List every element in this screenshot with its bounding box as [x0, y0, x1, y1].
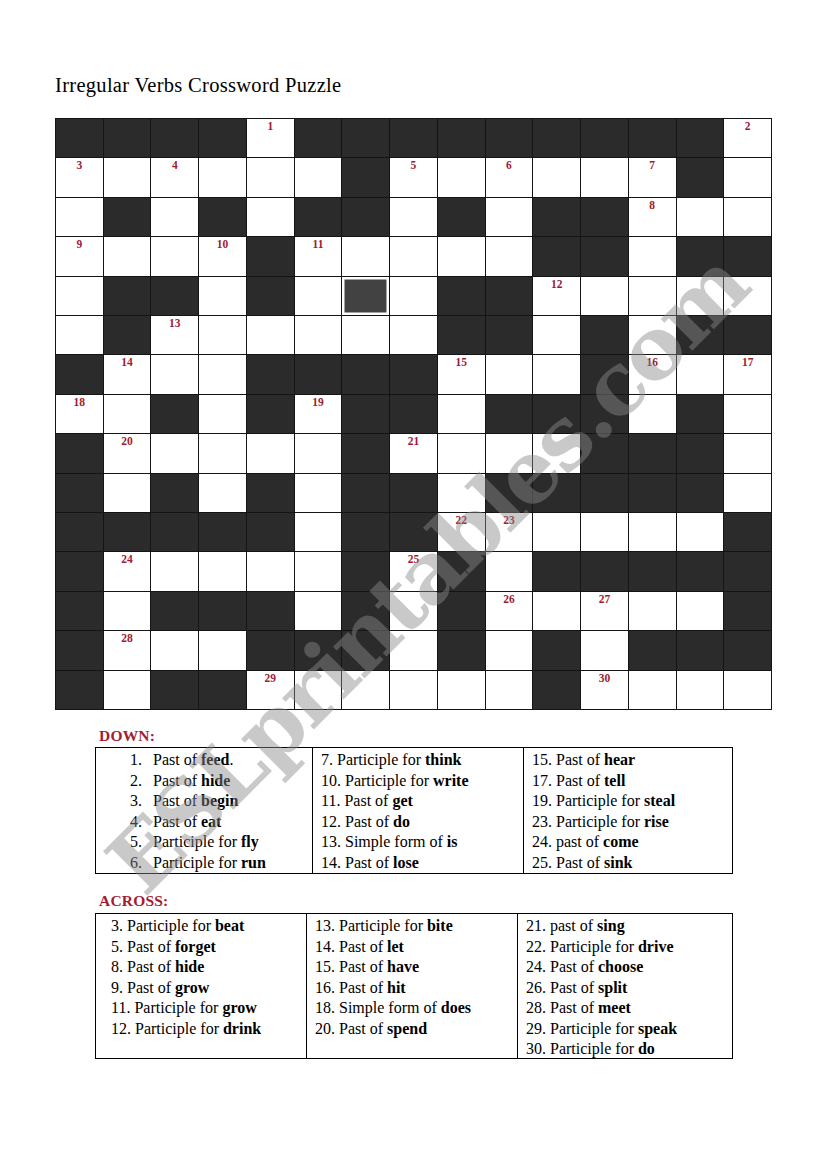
- clue-list-number: 5.: [130, 832, 142, 853]
- clue-verb: do: [638, 1040, 655, 1057]
- clue-list-number: 26.: [526, 979, 546, 996]
- clue-list-number: 11.: [111, 999, 130, 1016]
- clue-verb: come: [603, 833, 639, 850]
- clue-number: 6: [486, 159, 533, 172]
- clue-list-number: 13.: [321, 833, 341, 850]
- grid-cell-empty[interactable]: [56, 316, 103, 354]
- grid-cell-block: [581, 355, 628, 393]
- grid-cell-empty[interactable]: [438, 158, 485, 196]
- grid-cell-empty[interactable]: [295, 158, 342, 196]
- grid-cell-empty[interactable]: [486, 198, 533, 236]
- clue-verb: think: [425, 751, 461, 768]
- clue-number: 1: [247, 120, 294, 133]
- grid-cell-block: [677, 434, 724, 472]
- grid-cell-empty[interactable]: [295, 434, 342, 472]
- clue-verb: begin: [201, 792, 238, 809]
- grid-cell-empty[interactable]: [629, 277, 676, 315]
- clue-number: 10: [199, 238, 246, 251]
- across-clue-24: 24. Past of choose: [526, 957, 732, 978]
- grid-cell-empty[interactable]: [724, 434, 771, 472]
- grid-cell-block: [390, 119, 437, 157]
- grid-cell-empty[interactable]: [104, 395, 151, 433]
- grid-cell-empty[interactable]: 3: [56, 158, 103, 196]
- clue-list-number: 14.: [321, 854, 341, 871]
- clue-number: 27: [581, 593, 628, 606]
- grid-cell-block: [151, 671, 198, 709]
- clue-number: 17: [724, 356, 771, 369]
- grid-cell-block: [199, 592, 246, 630]
- grid-cell-empty[interactable]: [247, 316, 294, 354]
- down-clue-6: 6. Participle for run: [130, 853, 312, 874]
- clue-verb: let: [387, 938, 404, 955]
- clue-verb: sing: [597, 917, 625, 934]
- grid-cell-empty[interactable]: [151, 355, 198, 393]
- grid-cell-empty[interactable]: [438, 434, 485, 472]
- grid-cell-empty[interactable]: [199, 355, 246, 393]
- clue-number: 14: [104, 356, 151, 369]
- clue-number: 2: [724, 120, 771, 133]
- grid-cell-block: [151, 277, 198, 315]
- across-clue-5: 5. Past of forget: [111, 937, 306, 958]
- grid-cell-empty[interactable]: 16: [629, 355, 676, 393]
- grid-cell-empty[interactable]: [581, 513, 628, 551]
- across-clue-14: 14. Past of let: [315, 937, 517, 958]
- grid-cell-empty[interactable]: [342, 316, 389, 354]
- clue-list-number: 9.: [111, 979, 123, 996]
- grid-cell-block: [724, 592, 771, 630]
- grid-cell-empty[interactable]: [199, 395, 246, 433]
- down-clue-13: 13. Simple form of is: [321, 832, 523, 853]
- grid-cell-block: [56, 355, 103, 393]
- across-clue-8: 8. Past of hide: [111, 957, 306, 978]
- grid-cell-block: [247, 474, 294, 512]
- grid-cell-empty[interactable]: [486, 434, 533, 472]
- grid-cell-empty[interactable]: [486, 355, 533, 393]
- across-clue-12: 12. Participle for drink: [111, 1019, 306, 1040]
- clue-number: 4: [151, 159, 198, 172]
- grid-cell-empty[interactable]: [486, 631, 533, 669]
- grid-cell-empty[interactable]: [199, 552, 246, 590]
- page-title: Irregular Verbs Crossword Puzzle: [55, 74, 341, 97]
- grid-cell-empty[interactable]: [295, 592, 342, 630]
- clue-list-number: 3.: [111, 917, 123, 934]
- grid-cell-empty[interactable]: [342, 671, 389, 709]
- clue-list-number: 11.: [321, 792, 340, 809]
- grid-cell-block: [438, 277, 485, 315]
- grid-cell-block: [342, 513, 389, 551]
- clue-number: 29: [247, 672, 294, 685]
- grid-cell-empty[interactable]: [724, 474, 771, 512]
- grid-cell-empty[interactable]: 19: [295, 395, 342, 433]
- down-clue-5: 5. Participle for fly: [130, 832, 312, 853]
- across-clue-13: 13. Participle for bite: [315, 916, 517, 937]
- grid-cell-block: [629, 631, 676, 669]
- clue-list-number: 28.: [526, 999, 546, 1016]
- grid-cell-block: [486, 474, 533, 512]
- grid-cell-empty[interactable]: 20: [104, 434, 151, 472]
- grid-cell-block: [677, 552, 724, 590]
- grid-cell-block: [56, 434, 103, 472]
- clue-verb: have: [387, 958, 419, 975]
- clue-number: 16: [629, 356, 676, 369]
- clue-list-number: 6.: [130, 853, 142, 874]
- grid-cell-empty[interactable]: [581, 277, 628, 315]
- clue-number: 22: [438, 514, 485, 527]
- grid-cell-empty[interactable]: [438, 474, 485, 512]
- grid-cell-empty[interactable]: [724, 277, 771, 315]
- grid-cell-block: [390, 513, 437, 551]
- clue-number: 20: [104, 435, 151, 448]
- clue-number: 25: [390, 553, 437, 566]
- grid-cell-empty[interactable]: [104, 237, 151, 275]
- grid-cell-empty[interactable]: [533, 316, 580, 354]
- grid-cell-empty[interactable]: [629, 237, 676, 275]
- grid-cell-empty[interactable]: 27: [581, 592, 628, 630]
- grid-cell-block: [724, 552, 771, 590]
- clue-list-number: 14.: [315, 938, 335, 955]
- across-clue-15: 15. Past of have: [315, 957, 517, 978]
- grid-cell-empty[interactable]: [677, 671, 724, 709]
- grid-cell-empty[interactable]: [104, 671, 151, 709]
- grid-cell-empty[interactable]: [342, 237, 389, 275]
- clue-number: 3: [56, 159, 103, 172]
- down-clue-10: 10. Participle for write: [321, 771, 523, 792]
- grid-cell-empty[interactable]: [724, 671, 771, 709]
- clue-verb: get: [392, 792, 412, 809]
- grid-cell-empty[interactable]: 17: [724, 355, 771, 393]
- down-clue-4: 4. Past of eat: [130, 812, 312, 833]
- clue-list-number: 15.: [315, 958, 335, 975]
- grid-cell-empty[interactable]: [629, 316, 676, 354]
- grid-cell-empty[interactable]: [104, 592, 151, 630]
- grid-cell-empty[interactable]: [199, 158, 246, 196]
- clue-list-number: 19.: [532, 792, 552, 809]
- grid-cell-block: [581, 237, 628, 275]
- grid-cell-block: [581, 119, 628, 157]
- grid-cell-empty[interactable]: [581, 158, 628, 196]
- grid-cell-empty[interactable]: 25: [390, 552, 437, 590]
- grid-cell-empty[interactable]: 12: [533, 277, 580, 315]
- grid-cell-empty[interactable]: 18: [56, 395, 103, 433]
- grid-cell-block: [342, 434, 389, 472]
- grid-cell-block: [151, 592, 198, 630]
- crossword-grid: 1234567891011121314151617181920212223242…: [55, 118, 772, 710]
- down-clue-15: 15. Past of hear: [532, 750, 732, 771]
- grid-cell-block: [342, 474, 389, 512]
- grid-cell-block: [56, 474, 103, 512]
- grid-cell-block: [677, 119, 724, 157]
- grid-cell-block: [342, 355, 389, 393]
- grid-cell-empty[interactable]: [629, 671, 676, 709]
- grid-cell-empty[interactable]: 14: [104, 355, 151, 393]
- grid-cell-empty[interactable]: 21: [390, 434, 437, 472]
- grid-cell-empty[interactable]: [390, 198, 437, 236]
- clue-number: 15: [438, 356, 485, 369]
- grid-cell-block: [151, 395, 198, 433]
- grid-cell-empty[interactable]: [581, 631, 628, 669]
- grid-cell-block: [247, 513, 294, 551]
- clue-number: 12: [533, 278, 580, 291]
- grid-cell-block: [390, 474, 437, 512]
- grid-cell-empty[interactable]: 26: [486, 592, 533, 630]
- grid-cell-block: [677, 237, 724, 275]
- grid-cell-empty[interactable]: [247, 434, 294, 472]
- grid-cell-empty[interactable]: [151, 198, 198, 236]
- clue-number: 18: [56, 396, 103, 409]
- grid-cell-empty[interactable]: 23: [486, 513, 533, 551]
- down-clue-column-3: 15. Past of hear17. Past of tell19. Part…: [524, 748, 732, 873]
- down-clue-11: 11. Past of get: [321, 791, 523, 812]
- grid-cell-empty[interactable]: [151, 631, 198, 669]
- grid-cell-empty[interactable]: [247, 552, 294, 590]
- grid-cell-empty[interactable]: [390, 631, 437, 669]
- grid-cell-empty[interactable]: [533, 158, 580, 196]
- grid-cell-empty[interactable]: 6: [486, 158, 533, 196]
- grid-cell-empty[interactable]: [629, 395, 676, 433]
- grid-cell-empty[interactable]: 1: [247, 119, 294, 157]
- down-clue-3: 3. Past of begin: [130, 791, 312, 812]
- grid-cell-empty[interactable]: [56, 198, 103, 236]
- grid-cell-block: [438, 631, 485, 669]
- grid-cell-block: [104, 198, 151, 236]
- grid-cell-empty[interactable]: 9: [56, 237, 103, 275]
- clue-verb: drive: [638, 938, 674, 955]
- grid-cell-block: [247, 355, 294, 393]
- grid-cell-empty[interactable]: [104, 474, 151, 512]
- clue-list-number: 3.: [130, 791, 142, 812]
- grid-cell-empty[interactable]: [199, 277, 246, 315]
- clue-number: 9: [56, 238, 103, 251]
- grid-cell-empty[interactable]: [295, 671, 342, 709]
- grid-cell-block: [533, 474, 580, 512]
- clue-list-number: 12.: [111, 1020, 131, 1037]
- clue-list-number: 18.: [315, 999, 335, 1016]
- clue-list-number: 21.: [526, 917, 546, 934]
- grid-cell-empty[interactable]: [486, 552, 533, 590]
- grid-cell-empty[interactable]: 29: [247, 671, 294, 709]
- clue-verb: lose: [393, 854, 419, 871]
- grid-cell-empty[interactable]: [199, 474, 246, 512]
- clue-list-number: 7.: [321, 751, 333, 768]
- grid-cell-block: [104, 277, 151, 315]
- grid-cell-block: [581, 395, 628, 433]
- grid-cell-block: [677, 631, 724, 669]
- grid-cell-empty[interactable]: [438, 237, 485, 275]
- grid-cell-empty[interactable]: 8: [629, 198, 676, 236]
- grid-cell-empty[interactable]: [151, 237, 198, 275]
- grid-cell-empty[interactable]: 28: [104, 631, 151, 669]
- clue-verb: tell: [604, 772, 625, 789]
- grid-cell-empty[interactable]: [486, 671, 533, 709]
- grid-cell-empty[interactable]: [533, 513, 580, 551]
- grid-cell-block: [724, 316, 771, 354]
- clue-verb: grow: [175, 979, 209, 996]
- down-section-header: DOWN:: [99, 727, 155, 745]
- clue-list-number: 22.: [526, 938, 546, 955]
- grid-cell-block: [247, 631, 294, 669]
- grid-cell-empty[interactable]: [390, 316, 437, 354]
- grid-cell-empty[interactable]: 4: [151, 158, 198, 196]
- grid-cell-empty[interactable]: [199, 434, 246, 472]
- grid-cell-block: [533, 395, 580, 433]
- clue-verb: spend: [387, 1020, 427, 1037]
- clue-number: 30: [581, 672, 628, 685]
- grid-cell-empty[interactable]: 30: [581, 671, 628, 709]
- grid-cell-empty[interactable]: 10: [199, 237, 246, 275]
- clue-verb: feed: [201, 751, 229, 768]
- grid-cell-block: [438, 592, 485, 630]
- clue-list-number: 24.: [526, 958, 546, 975]
- grid-cell-empty[interactable]: [247, 158, 294, 196]
- grid-cell-block: [677, 395, 724, 433]
- grid-cell-empty[interactable]: [151, 552, 198, 590]
- grid-cell-empty[interactable]: [677, 277, 724, 315]
- grid-cell-empty[interactable]: 22: [438, 513, 485, 551]
- grid-cell-empty[interactable]: [677, 198, 724, 236]
- grid-cell-empty[interactable]: [629, 513, 676, 551]
- across-section-header: ACROSS:: [99, 892, 168, 910]
- clue-number: 11: [295, 238, 342, 251]
- grid-cell-empty[interactable]: 2: [724, 119, 771, 157]
- grid-cell-empty[interactable]: [199, 316, 246, 354]
- grid-cell-block: [199, 513, 246, 551]
- grid-cell-block: [56, 552, 103, 590]
- grid-cell-empty[interactable]: [724, 198, 771, 236]
- grid-cell-empty[interactable]: 11: [295, 237, 342, 275]
- across-clue-16: 16. Past of hit: [315, 978, 517, 999]
- grid-cell-empty[interactable]: [151, 434, 198, 472]
- grid-cell-block: [390, 355, 437, 393]
- grid-cell-block: [438, 198, 485, 236]
- grid-cell-block: [247, 237, 294, 275]
- grid-cell-empty[interactable]: [438, 671, 485, 709]
- grid-cell-empty[interactable]: [295, 513, 342, 551]
- grid-cell-block: [247, 592, 294, 630]
- grid-cell-empty[interactable]: [295, 316, 342, 354]
- grid-cell-block: [295, 119, 342, 157]
- grid-cell-block: [724, 631, 771, 669]
- grid-cell-block: [629, 474, 676, 512]
- clue-verb: bite: [427, 917, 453, 934]
- across-clue-30: 30. Participle for do: [526, 1039, 732, 1060]
- down-clue-24: 24. past of come: [532, 832, 732, 853]
- grid-cell-empty[interactable]: 7: [629, 158, 676, 196]
- clue-verb: is: [447, 833, 458, 850]
- across-clue-21: 21. past of sing: [526, 916, 732, 937]
- grid-cell-empty[interactable]: [486, 237, 533, 275]
- grid-cell-block: [56, 119, 103, 157]
- across-clue-table: 3. Participle for beat5. Past of forget8…: [95, 913, 733, 1059]
- grid-cell-block: [629, 119, 676, 157]
- across-clue-29: 29. Participle for speak: [526, 1019, 732, 1040]
- grid-cell-block: [342, 119, 389, 157]
- grid-cell-empty[interactable]: 15: [438, 355, 485, 393]
- grid-cell-block: [581, 552, 628, 590]
- grid-cell-empty[interactable]: [629, 592, 676, 630]
- grid-cell-empty[interactable]: [724, 158, 771, 196]
- grid-cell-block: [342, 198, 389, 236]
- grid-cell-block: [486, 316, 533, 354]
- down-clue-table: 1. Past of feed.2. Past of hide3. Past o…: [95, 747, 733, 874]
- grid-cell-block: [151, 119, 198, 157]
- grid-cell-empty[interactable]: [56, 277, 103, 315]
- grid-cell-empty[interactable]: [390, 671, 437, 709]
- clue-number: 28: [104, 632, 151, 645]
- down-clue-column-2: 7. Participle for think10. Participle fo…: [313, 748, 524, 873]
- grid-cell-block: [486, 395, 533, 433]
- grid-cell-empty[interactable]: [724, 395, 771, 433]
- grid-cell-block: [104, 513, 151, 551]
- grid-cell-empty[interactable]: [533, 355, 580, 393]
- clue-list-number: 17.: [532, 772, 552, 789]
- grid-cell-empty[interactable]: [533, 434, 580, 472]
- down-clue-1: 1. Past of feed.: [130, 750, 312, 771]
- clue-number: 19: [295, 396, 342, 409]
- grid-cell-empty[interactable]: [390, 237, 437, 275]
- clue-list-number: 8.: [111, 958, 123, 975]
- clue-list-number: 23.: [532, 813, 552, 830]
- grid-cell-empty[interactable]: [677, 355, 724, 393]
- grid-cell-empty[interactable]: [199, 631, 246, 669]
- clue-list-number: 2.: [130, 771, 142, 792]
- grid-cell-empty[interactable]: [438, 395, 485, 433]
- grid-cell-empty[interactable]: 13: [151, 316, 198, 354]
- grid-cell-empty[interactable]: [295, 277, 342, 315]
- clue-verb: hide: [201, 772, 230, 789]
- across-clue-20: 20. Past of spend: [315, 1019, 517, 1040]
- grid-cell-block: [104, 316, 151, 354]
- grid-cell-block: [581, 434, 628, 472]
- clue-number: 13: [151, 317, 198, 330]
- grid-cell-empty[interactable]: [295, 474, 342, 512]
- grid-cell-block: [247, 395, 294, 433]
- down-clue-2: 2. Past of hide: [130, 771, 312, 792]
- grid-cell-empty[interactable]: [104, 158, 151, 196]
- grid-cell-empty[interactable]: [677, 513, 724, 551]
- grid-cell-block: [390, 395, 437, 433]
- grid-cell-block: [56, 631, 103, 669]
- clue-verb: meet: [598, 999, 631, 1016]
- clue-list-number: 13.: [315, 917, 335, 934]
- grid-cell-empty[interactable]: [390, 592, 437, 630]
- grid-cell-empty[interactable]: 5: [390, 158, 437, 196]
- grid-cell-empty[interactable]: [247, 198, 294, 236]
- across-clue-18: 18. Simple form of does: [315, 998, 517, 1019]
- grid-cell-empty[interactable]: [533, 592, 580, 630]
- across-clue-26: 26. Past of split: [526, 978, 732, 999]
- grid-cell-block: [342, 277, 389, 315]
- clue-number: 5: [390, 159, 437, 172]
- clue-verb: drink: [223, 1020, 261, 1037]
- across-clue-28: 28. Past of meet: [526, 998, 732, 1019]
- grid-cell-block: [295, 198, 342, 236]
- across-clue-column-3: 21. past of sing22. Participle for drive…: [518, 914, 732, 1058]
- grid-cell-empty[interactable]: [677, 592, 724, 630]
- clue-verb: steal: [644, 792, 675, 809]
- grid-cell-block: [629, 434, 676, 472]
- grid-cell-block: [533, 198, 580, 236]
- grid-cell-block: [438, 119, 485, 157]
- grid-cell-empty[interactable]: [295, 552, 342, 590]
- grid-cell-empty[interactable]: [390, 277, 437, 315]
- grid-cell-block: [342, 158, 389, 196]
- clue-verb: forget: [175, 938, 216, 955]
- down-clue-19: 19. Participle for steal: [532, 791, 732, 812]
- clue-verb: hide: [175, 958, 204, 975]
- grid-cell-empty[interactable]: 24: [104, 552, 151, 590]
- grid-cell-block: [56, 671, 103, 709]
- clue-verb: split: [598, 979, 627, 996]
